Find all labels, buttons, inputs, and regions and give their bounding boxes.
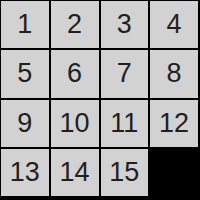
fifteen-puzzle-board: 1 2 3 4 5 6 7 8 9 10 11 12 13 14 15 <box>0 0 200 200</box>
tile-11[interactable]: 11 <box>101 100 149 147</box>
tile-9[interactable]: 9 <box>1 100 49 147</box>
tile-3[interactable]: 3 <box>101 1 149 48</box>
tile-6[interactable]: 6 <box>51 50 99 97</box>
tile-7[interactable]: 7 <box>101 50 149 97</box>
tile-14[interactable]: 14 <box>51 149 99 196</box>
tile-1[interactable]: 1 <box>1 1 49 48</box>
tile-8[interactable]: 8 <box>150 50 198 97</box>
empty-cell <box>150 149 198 196</box>
tile-4[interactable]: 4 <box>150 1 198 48</box>
tile-12[interactable]: 12 <box>150 100 198 147</box>
tile-5[interactable]: 5 <box>1 50 49 97</box>
tile-15[interactable]: 15 <box>101 149 149 196</box>
tile-2[interactable]: 2 <box>51 1 99 48</box>
tile-13[interactable]: 13 <box>1 149 49 196</box>
tile-10[interactable]: 10 <box>51 100 99 147</box>
